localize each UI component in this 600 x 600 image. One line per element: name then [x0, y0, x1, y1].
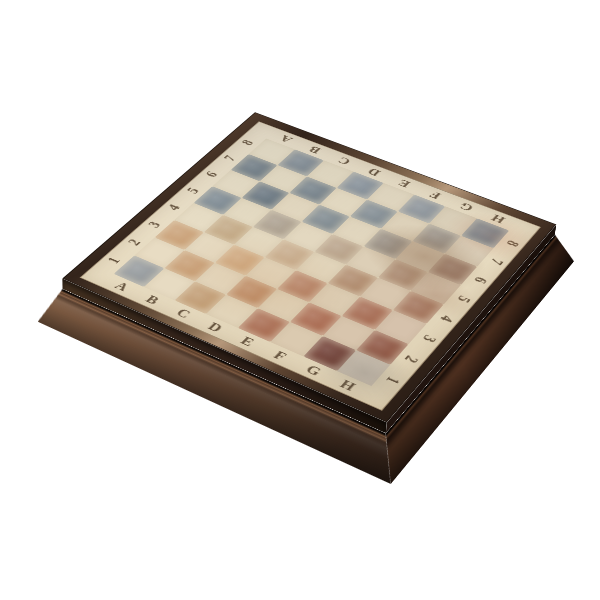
file-label-near-f: F	[271, 349, 289, 362]
rank-label-left-6: 6	[203, 170, 220, 179]
file-label-far-g: G	[457, 201, 475, 213]
file-label-near-c: C	[174, 307, 194, 320]
file-label-far-a: A	[278, 134, 295, 144]
rank-label-right-5: 5	[454, 294, 473, 305]
square-f4	[328, 265, 378, 297]
rank-label-right-4: 4	[437, 313, 456, 324]
square-b1	[144, 268, 195, 300]
file-label-far-d: D	[365, 166, 382, 177]
square-h3	[375, 310, 427, 344]
file-label-near-d: D	[205, 321, 225, 335]
square-h5	[411, 272, 461, 304]
square-g3	[342, 297, 393, 330]
square-f3	[309, 283, 360, 316]
square-f5	[346, 246, 396, 277]
square-g1	[303, 336, 356, 371]
rank-label-right-1: 1	[382, 375, 402, 387]
square-h2	[356, 330, 408, 365]
file-label-far-e: E	[396, 178, 413, 189]
square-e3	[277, 270, 328, 302]
file-label-near-b: B	[143, 294, 162, 307]
rank-label-right-6: 6	[471, 275, 490, 285]
file-label-far-f: F	[427, 189, 443, 200]
file-label-far-b: B	[307, 144, 324, 154]
rank-label-left-8: 8	[240, 138, 257, 146]
rank-label-left-1: 1	[105, 255, 123, 265]
square-f2	[290, 302, 342, 336]
rank-label-left-4: 4	[166, 203, 183, 212]
rank-label-left-5: 5	[185, 186, 202, 195]
square-b2	[164, 250, 214, 281]
rank-label-right-7: 7	[487, 257, 505, 267]
square-h4	[393, 291, 444, 324]
square-c2	[195, 263, 246, 295]
square-h6	[428, 254, 477, 285]
square-g4	[360, 278, 411, 311]
board-top: AA88BB77CC66DD55EE44FF33GG22HH11	[62, 112, 556, 422]
square-e1	[238, 308, 290, 342]
file-label-near-g: G	[303, 363, 324, 378]
file-label-near-e: E	[238, 335, 257, 348]
square-g5	[378, 259, 428, 291]
rank-label-left-3: 3	[146, 220, 164, 230]
square-a1	[114, 255, 165, 287]
square-h1	[337, 350, 390, 386]
square-d2	[226, 276, 277, 308]
square-e2	[258, 289, 309, 322]
square-e4	[296, 252, 346, 283]
square-d1	[206, 295, 258, 328]
square-d3	[246, 257, 296, 289]
rank-label-right-8: 8	[503, 239, 521, 249]
product-photo: AA88BB77CC66DD55EE44FF33GG22HH11	[0, 0, 600, 600]
square-g2	[323, 316, 375, 350]
file-label-far-c: C	[336, 155, 353, 166]
rank-label-right-2: 2	[401, 354, 421, 365]
square-c1	[175, 281, 226, 314]
rank-label-left-2: 2	[126, 237, 144, 247]
file-label-near-h: H	[337, 378, 358, 393]
rank-label-right-3: 3	[419, 333, 438, 344]
file-label-far-h: H	[489, 213, 507, 225]
rank-label-left-7: 7	[222, 154, 239, 163]
file-label-near-a: A	[112, 280, 132, 293]
square-f1	[270, 322, 322, 357]
